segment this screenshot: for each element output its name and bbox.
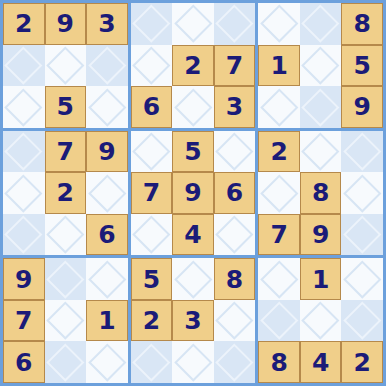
cell-r8c8[interactable]: [300, 300, 342, 342]
given-digit: 2: [270, 139, 287, 164]
given-digit: 5: [57, 94, 74, 119]
given-digit: 8: [312, 180, 329, 205]
cell-r5c2: 2: [45, 172, 87, 214]
given-digit: 6: [143, 94, 160, 119]
given-digit: 2: [353, 350, 370, 375]
cell-r5c6: 6: [214, 172, 256, 214]
cell-r4c7: 2: [258, 131, 300, 173]
given-digit: 6: [226, 180, 243, 205]
cell-r2c1[interactable]: [3, 45, 45, 87]
given-digit: 4: [184, 222, 201, 247]
given-digit: 1: [270, 53, 287, 78]
cell-r2c6: 7: [214, 45, 256, 87]
box-1-2: 2763: [131, 3, 256, 128]
given-digit: 5: [353, 53, 370, 78]
cell-r7c6: 8: [214, 258, 256, 300]
cell-r9c8: 4: [300, 341, 342, 383]
box-1-1: 2935: [3, 3, 128, 128]
cell-r2c9: 5: [341, 45, 383, 87]
cell-r7c8: 1: [300, 258, 342, 300]
given-digit: 2: [57, 180, 74, 205]
cell-r3c4: 6: [131, 86, 173, 128]
cell-r4c5: 5: [172, 131, 214, 173]
box-1-3: 8159: [258, 3, 383, 128]
given-digit: 7: [15, 308, 32, 333]
cell-r8c9[interactable]: [341, 300, 383, 342]
cell-r9c4[interactable]: [131, 341, 173, 383]
cell-r2c4[interactable]: [131, 45, 173, 87]
cell-r1c6[interactable]: [214, 3, 256, 45]
cell-r6c8: 9: [300, 214, 342, 256]
cell-r5c5: 9: [172, 172, 214, 214]
given-digit: 5: [143, 267, 160, 292]
given-digit: 7: [57, 139, 74, 164]
cell-r6c3: 6: [86, 214, 128, 256]
given-digit: 7: [270, 222, 287, 247]
cell-r4c4[interactable]: [131, 131, 173, 173]
cell-r7c9[interactable]: [341, 258, 383, 300]
given-digit: 9: [312, 222, 329, 247]
box-3-1: 9716: [3, 258, 128, 383]
given-digit: 6: [98, 222, 115, 247]
cell-r9c9: 2: [341, 341, 383, 383]
cell-r8c5: 3: [172, 300, 214, 342]
cell-r3c2: 5: [45, 86, 87, 128]
cell-r4c1[interactable]: [3, 131, 45, 173]
cell-r1c2: 9: [45, 3, 87, 45]
given-digit: 1: [312, 267, 329, 292]
cell-r9c6[interactable]: [214, 341, 256, 383]
cell-r4c6[interactable]: [214, 131, 256, 173]
cell-r9c1: 6: [3, 341, 45, 383]
cell-r3c8[interactable]: [300, 86, 342, 128]
cell-r8c1: 7: [3, 300, 45, 342]
cell-r2c3[interactable]: [86, 45, 128, 87]
cell-r9c2[interactable]: [45, 341, 87, 383]
cell-r6c7: 7: [258, 214, 300, 256]
given-digit: 8: [226, 267, 243, 292]
cell-r4c9[interactable]: [341, 131, 383, 173]
given-digit: 2: [143, 308, 160, 333]
sudoku-board: 2935276381597926579642879971658231842: [0, 0, 386, 386]
cell-r1c4[interactable]: [131, 3, 173, 45]
cell-r8c3: 1: [86, 300, 128, 342]
cell-r6c9[interactable]: [341, 214, 383, 256]
cell-r2c2[interactable]: [45, 45, 87, 87]
cell-r1c7[interactable]: [258, 3, 300, 45]
cell-r4c2: 7: [45, 131, 87, 173]
given-digit: 7: [226, 53, 243, 78]
cell-r6c5: 4: [172, 214, 214, 256]
cell-r7c5[interactable]: [172, 258, 214, 300]
cell-r2c8[interactable]: [300, 45, 342, 87]
cell-r3c6: 3: [214, 86, 256, 128]
given-digit: 9: [98, 139, 115, 164]
cell-r5c7[interactable]: [258, 172, 300, 214]
cell-r5c4: 7: [131, 172, 173, 214]
cell-r8c6[interactable]: [214, 300, 256, 342]
cell-r6c1[interactable]: [3, 214, 45, 256]
given-digit: 9: [57, 11, 74, 36]
given-digit: 7: [143, 180, 160, 205]
cell-r1c3: 3: [86, 3, 128, 45]
cell-r3c1[interactable]: [3, 86, 45, 128]
given-digit: 2: [15, 11, 32, 36]
given-digit: 9: [15, 267, 32, 292]
cell-r1c1: 2: [3, 3, 45, 45]
cell-r1c9: 8: [341, 3, 383, 45]
cell-r6c2[interactable]: [45, 214, 87, 256]
cell-r4c3: 9: [86, 131, 128, 173]
given-digit: 8: [270, 350, 287, 375]
cell-r9c7: 8: [258, 341, 300, 383]
given-digit: 3: [226, 94, 243, 119]
given-digit: 1: [98, 308, 115, 333]
cell-r2c5: 2: [172, 45, 214, 87]
cell-r7c1: 9: [3, 258, 45, 300]
cell-r8c4: 2: [131, 300, 173, 342]
box-3-3: 1842: [258, 258, 383, 383]
cell-r8c2[interactable]: [45, 300, 87, 342]
given-digit: 6: [15, 350, 32, 375]
cell-r9c5[interactable]: [172, 341, 214, 383]
cell-r6c4[interactable]: [131, 214, 173, 256]
given-digit: 3: [98, 11, 115, 36]
cell-r1c8[interactable]: [300, 3, 342, 45]
given-digit: 9: [353, 94, 370, 119]
cell-r5c3[interactable]: [86, 172, 128, 214]
given-digit: 8: [353, 11, 370, 36]
given-digit: 2: [184, 53, 201, 78]
given-digit: 9: [184, 180, 201, 205]
cell-r5c1[interactable]: [3, 172, 45, 214]
cell-r2c7: 1: [258, 45, 300, 87]
cell-r1c5[interactable]: [172, 3, 214, 45]
box-2-3: 2879: [258, 131, 383, 256]
cell-r3c3[interactable]: [86, 86, 128, 128]
cell-r3c7[interactable]: [258, 86, 300, 128]
cell-r3c9: 9: [341, 86, 383, 128]
cell-r5c8: 8: [300, 172, 342, 214]
cell-r7c7[interactable]: [258, 258, 300, 300]
cell-r4c8[interactable]: [300, 131, 342, 173]
cell-r7c3[interactable]: [86, 258, 128, 300]
cell-r6c6[interactable]: [214, 214, 256, 256]
cell-r7c4: 5: [131, 258, 173, 300]
given-digit: 5: [184, 139, 201, 164]
cell-r8c7[interactable]: [258, 300, 300, 342]
box-3-2: 5823: [131, 258, 256, 383]
box-2-1: 7926: [3, 131, 128, 256]
box-2-2: 57964: [131, 131, 256, 256]
cell-r3c5[interactable]: [172, 86, 214, 128]
cell-r5c9[interactable]: [341, 172, 383, 214]
given-digit: 4: [312, 350, 329, 375]
cell-r9c3[interactable]: [86, 341, 128, 383]
cell-r7c2[interactable]: [45, 258, 87, 300]
given-digit: 3: [184, 308, 201, 333]
